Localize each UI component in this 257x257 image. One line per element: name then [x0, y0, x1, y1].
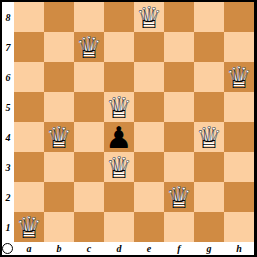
file-label-e: e	[134, 242, 164, 255]
white-queen-outline-glyph: ♕	[44, 122, 74, 152]
white-queen-outline-glyph: ♕	[14, 212, 44, 242]
square-c1[interactable]	[74, 212, 104, 242]
rank-label-5: 5	[2, 92, 14, 122]
white-queen-outline-glyph: ♕	[104, 152, 134, 182]
square-b5[interactable]	[44, 92, 74, 122]
square-c4[interactable]	[74, 122, 104, 152]
white-queen-fill-glyph: ♛	[44, 122, 74, 152]
white-queen-outline-glyph: ♕	[224, 62, 254, 92]
square-g8[interactable]	[194, 2, 224, 32]
white-queen-outline-glyph: ♕	[194, 122, 224, 152]
square-f8[interactable]	[164, 2, 194, 32]
white-queen-fill-glyph: ♛	[194, 122, 224, 152]
file-label-a: a	[14, 242, 44, 255]
white-queen-fill-glyph: ♛	[224, 62, 254, 92]
diagram-content: 87654321 ♛♕♛♕♛♕♛♕♛♕♟♛♕♛♕♛♕♛♕ abcdefgh	[2, 2, 254, 255]
square-d2[interactable]	[104, 182, 134, 212]
square-f4[interactable]	[164, 122, 194, 152]
square-a2[interactable]	[14, 182, 44, 212]
square-a5[interactable]	[14, 92, 44, 122]
white-queen-outline-glyph: ♕	[104, 92, 134, 122]
rank-label-7: 7	[2, 32, 14, 62]
square-b1[interactable]	[44, 212, 74, 242]
white-queen-fill-glyph: ♛	[164, 182, 194, 212]
white-queen-outline-glyph: ♕	[164, 182, 194, 212]
white-queen-fill-glyph: ♛	[134, 2, 164, 32]
square-c8[interactable]	[74, 2, 104, 32]
square-c6[interactable]	[74, 62, 104, 92]
square-f1[interactable]	[164, 212, 194, 242]
white-queen-a1[interactable]: ♛♕	[14, 212, 44, 242]
white-queen-b4[interactable]: ♛♕	[44, 122, 74, 152]
square-d1[interactable]	[104, 212, 134, 242]
square-f6[interactable]	[164, 62, 194, 92]
white-queen-fill-glyph: ♛	[74, 32, 104, 62]
square-h4[interactable]	[224, 122, 254, 152]
square-b8[interactable]	[44, 2, 74, 32]
square-h7[interactable]	[224, 32, 254, 62]
rank-label-6: 6	[2, 62, 14, 92]
square-a8[interactable]	[14, 2, 44, 32]
square-h3[interactable]	[224, 152, 254, 182]
square-d5[interactable]: ♛♕	[104, 92, 134, 122]
square-d8[interactable]	[104, 2, 134, 32]
file-label-c: c	[74, 242, 104, 255]
square-e2[interactable]	[134, 182, 164, 212]
white-queen-c7[interactable]: ♛♕	[74, 32, 104, 62]
square-a7[interactable]	[14, 32, 44, 62]
square-a6[interactable]	[14, 62, 44, 92]
square-e3[interactable]	[134, 152, 164, 182]
rank-label-2: 2	[2, 182, 14, 212]
square-e6[interactable]	[134, 62, 164, 92]
square-b3[interactable]	[44, 152, 74, 182]
rank-label-1: 1	[2, 212, 14, 242]
white-queen-fill-glyph: ♛	[104, 92, 134, 122]
rank-label-4: 4	[2, 122, 14, 152]
square-b7[interactable]	[44, 32, 74, 62]
square-d4[interactable]: ♟	[104, 122, 134, 152]
square-f3[interactable]	[164, 152, 194, 182]
square-b4[interactable]: ♛♕	[44, 122, 74, 152]
square-g6[interactable]	[194, 62, 224, 92]
rank-labels: 87654321	[2, 2, 14, 242]
square-e8[interactable]: ♛♕	[134, 2, 164, 32]
chess-board: ♛♕♛♕♛♕♛♕♛♕♟♛♕♛♕♛♕♛♕	[14, 2, 254, 242]
side-to-move-circle-icon	[2, 243, 13, 254]
square-c3[interactable]	[74, 152, 104, 182]
square-e1[interactable]	[134, 212, 164, 242]
square-g4[interactable]: ♛♕	[194, 122, 224, 152]
file-labels: abcdefgh	[14, 242, 254, 255]
square-f2[interactable]: ♛♕	[164, 182, 194, 212]
square-d3[interactable]: ♛♕	[104, 152, 134, 182]
white-queen-h6[interactable]: ♛♕	[224, 62, 254, 92]
square-e5[interactable]	[134, 92, 164, 122]
file-label-g: g	[194, 242, 224, 255]
square-g7[interactable]	[194, 32, 224, 62]
square-b2[interactable]	[44, 182, 74, 212]
white-queen-fill-glyph: ♛	[104, 152, 134, 182]
square-a4[interactable]	[14, 122, 44, 152]
file-label-b: b	[44, 242, 74, 255]
white-queen-g4[interactable]: ♛♕	[194, 122, 224, 152]
chess-diagram: 87654321 ♛♕♛♕♛♕♛♕♛♕♟♛♕♛♕♛♕♛♕ abcdefgh	[0, 0, 257, 257]
rank-label-3: 3	[2, 152, 14, 182]
white-queen-d3[interactable]: ♛♕	[104, 152, 134, 182]
file-label-d: d	[104, 242, 134, 255]
square-d6[interactable]	[104, 62, 134, 92]
white-queen-d5[interactable]: ♛♕	[104, 92, 134, 122]
square-e4[interactable]	[134, 122, 164, 152]
white-queen-fill-glyph: ♛	[14, 212, 44, 242]
square-d7[interactable]	[104, 32, 134, 62]
white-queen-f2[interactable]: ♛♕	[164, 182, 194, 212]
square-f5[interactable]	[164, 92, 194, 122]
square-h8[interactable]	[224, 2, 254, 32]
square-f7[interactable]	[164, 32, 194, 62]
black-pawn-d4[interactable]: ♟	[104, 122, 134, 152]
black-pawn-glyph: ♟	[104, 122, 134, 152]
square-e7[interactable]	[134, 32, 164, 62]
square-h5[interactable]	[224, 92, 254, 122]
square-h6[interactable]: ♛♕	[224, 62, 254, 92]
square-h1[interactable]	[224, 212, 254, 242]
square-c7[interactable]: ♛♕	[74, 32, 104, 62]
square-g3[interactable]	[194, 152, 224, 182]
square-c2[interactable]	[74, 182, 104, 212]
file-label-h: h	[224, 242, 254, 255]
square-g1[interactable]	[194, 212, 224, 242]
square-h2[interactable]	[224, 182, 254, 212]
square-b6[interactable]	[44, 62, 74, 92]
square-g2[interactable]	[194, 182, 224, 212]
white-queen-outline-glyph: ♕	[134, 2, 164, 32]
white-queen-e8[interactable]: ♛♕	[134, 2, 164, 32]
square-a1[interactable]: ♛♕	[14, 212, 44, 242]
square-a3[interactable]	[14, 152, 44, 182]
rank-label-8: 8	[2, 2, 14, 32]
square-g5[interactable]	[194, 92, 224, 122]
file-label-f: f	[164, 242, 194, 255]
square-c5[interactable]	[74, 92, 104, 122]
white-queen-outline-glyph: ♕	[74, 32, 104, 62]
